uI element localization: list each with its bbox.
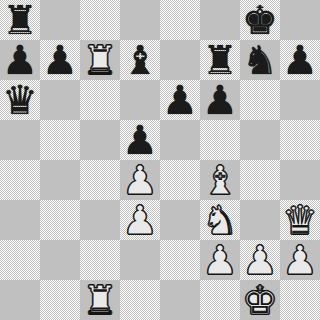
square-c5[interactable]	[80, 120, 120, 160]
square-d6[interactable]	[120, 80, 160, 120]
black-rook-piece[interactable]: ♜	[202, 40, 238, 80]
square-a4[interactable]	[0, 160, 40, 200]
square-h2[interactable]: ♟	[280, 240, 320, 280]
black-pawn-piece[interactable]: ♟	[2, 40, 38, 80]
square-b1[interactable]	[40, 280, 80, 320]
square-c4[interactable]	[80, 160, 120, 200]
square-b2[interactable]	[40, 240, 80, 280]
white-pawn-piece[interactable]: ♟	[202, 240, 238, 280]
square-d5[interactable]: ♟	[120, 120, 160, 160]
black-pawn-piece[interactable]: ♟	[42, 40, 78, 80]
square-d2[interactable]	[120, 240, 160, 280]
square-h4[interactable]	[280, 160, 320, 200]
white-pawn-piece[interactable]: ♟	[282, 240, 318, 280]
square-c7[interactable]: ♜	[80, 40, 120, 80]
square-h6[interactable]	[280, 80, 320, 120]
square-b7[interactable]: ♟	[40, 40, 80, 80]
square-b5[interactable]	[40, 120, 80, 160]
black-king-piece[interactable]: ♚	[242, 0, 278, 40]
square-g2[interactable]: ♟	[240, 240, 280, 280]
square-e1[interactable]	[160, 280, 200, 320]
black-knight-piece[interactable]: ♞	[242, 40, 278, 80]
square-f8[interactable]	[200, 0, 240, 40]
square-g8[interactable]: ♚	[240, 0, 280, 40]
square-c2[interactable]	[80, 240, 120, 280]
square-a3[interactable]	[0, 200, 40, 240]
square-e2[interactable]	[160, 240, 200, 280]
black-pawn-piece[interactable]: ♟	[282, 40, 318, 80]
square-g1[interactable]: ♚	[240, 280, 280, 320]
white-queen-piece[interactable]: ♛	[282, 200, 318, 240]
square-e3[interactable]	[160, 200, 200, 240]
square-h1[interactable]	[280, 280, 320, 320]
square-h8[interactable]	[280, 0, 320, 40]
square-g6[interactable]	[240, 80, 280, 120]
square-d1[interactable]	[120, 280, 160, 320]
white-pawn-piece[interactable]: ♟	[122, 200, 158, 240]
square-d7[interactable]: ♝	[120, 40, 160, 80]
square-b6[interactable]	[40, 80, 80, 120]
square-e8[interactable]	[160, 0, 200, 40]
square-g4[interactable]	[240, 160, 280, 200]
square-d8[interactable]	[120, 0, 160, 40]
square-c8[interactable]	[80, 0, 120, 40]
black-bishop-piece[interactable]: ♝	[122, 40, 158, 80]
square-g5[interactable]	[240, 120, 280, 160]
square-e7[interactable]	[160, 40, 200, 80]
square-h3[interactable]: ♛	[280, 200, 320, 240]
square-f6[interactable]: ♟	[200, 80, 240, 120]
square-f2[interactable]: ♟	[200, 240, 240, 280]
square-c6[interactable]	[80, 80, 120, 120]
square-b3[interactable]	[40, 200, 80, 240]
square-a7[interactable]: ♟	[0, 40, 40, 80]
black-pawn-piece[interactable]: ♟	[202, 80, 238, 120]
white-king-piece[interactable]: ♚	[242, 280, 278, 320]
square-d3[interactable]: ♟	[120, 200, 160, 240]
square-f5[interactable]	[200, 120, 240, 160]
black-queen-piece[interactable]: ♛	[2, 80, 38, 120]
square-e5[interactable]	[160, 120, 200, 160]
white-rook-piece[interactable]: ♜	[82, 280, 118, 320]
black-rook-piece[interactable]: ♜	[2, 0, 38, 40]
white-rook-piece[interactable]: ♜	[82, 40, 118, 80]
square-e6[interactable]: ♟	[160, 80, 200, 120]
chess-board: ♜♚♟♟♜♝♜♞♟♛♟♟♟♟♝♟♞♛♟♟♟♜♚	[0, 0, 320, 320]
square-d4[interactable]: ♟	[120, 160, 160, 200]
square-b4[interactable]	[40, 160, 80, 200]
square-a5[interactable]	[0, 120, 40, 160]
square-f7[interactable]: ♜	[200, 40, 240, 80]
black-pawn-piece[interactable]: ♟	[162, 80, 198, 120]
white-knight-piece[interactable]: ♞	[202, 200, 238, 240]
white-pawn-piece[interactable]: ♟	[242, 240, 278, 280]
square-b8[interactable]	[40, 0, 80, 40]
white-bishop-piece[interactable]: ♝	[202, 160, 238, 200]
square-f4[interactable]: ♝	[200, 160, 240, 200]
black-pawn-piece[interactable]: ♟	[122, 120, 158, 160]
square-f1[interactable]	[200, 280, 240, 320]
square-f3[interactable]: ♞	[200, 200, 240, 240]
square-h7[interactable]: ♟	[280, 40, 320, 80]
square-a8[interactable]: ♜	[0, 0, 40, 40]
square-a2[interactable]	[0, 240, 40, 280]
square-a1[interactable]	[0, 280, 40, 320]
square-c1[interactable]: ♜	[80, 280, 120, 320]
white-pawn-piece[interactable]: ♟	[122, 160, 158, 200]
square-g7[interactable]: ♞	[240, 40, 280, 80]
square-c3[interactable]	[80, 200, 120, 240]
square-g3[interactable]	[240, 200, 280, 240]
square-e4[interactable]	[160, 160, 200, 200]
square-h5[interactable]	[280, 120, 320, 160]
square-a6[interactable]: ♛	[0, 80, 40, 120]
